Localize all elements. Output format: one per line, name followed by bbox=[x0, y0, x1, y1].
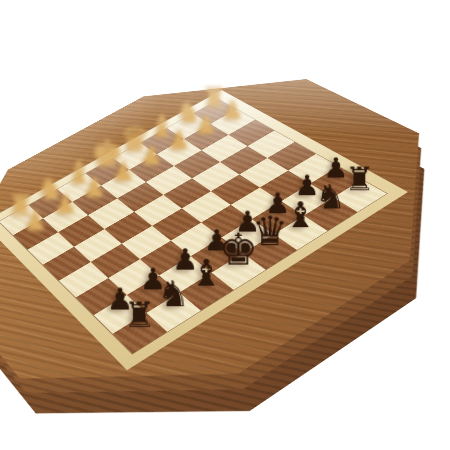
photo-scene: ♜♞♝♚♛♝♞♜♟♟♟♟♟♟♟♟♟♟♟♟♟♟♟♟♜♞♝♚♛♝♞♜ bbox=[0, 0, 450, 450]
piece-black-rook-h8: ♜ bbox=[117, 280, 163, 333]
piece-white-pawn-h2: ♟ bbox=[16, 189, 55, 234]
